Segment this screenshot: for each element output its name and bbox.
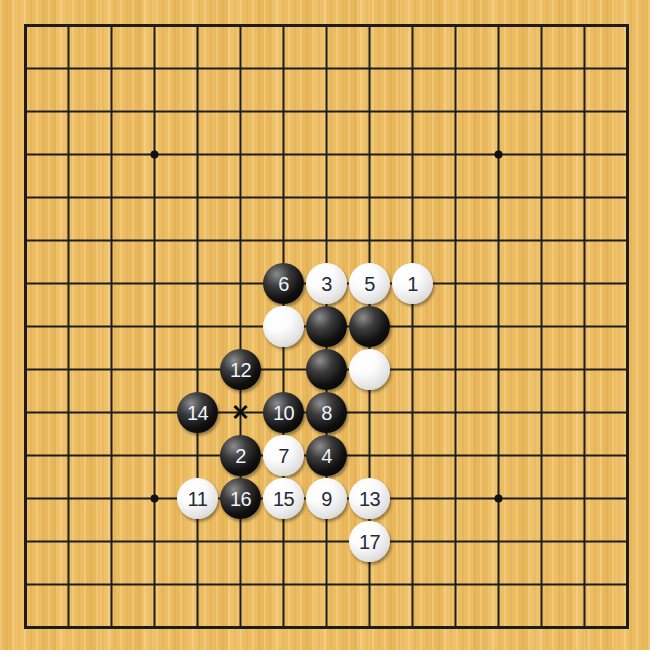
x-marker-icon: ✕ xyxy=(231,402,249,424)
stone-black-move-4[interactable]: 4 xyxy=(306,435,347,476)
stone-black-move-8[interactable]: 8 xyxy=(306,392,347,433)
move-number: 1 xyxy=(407,274,418,294)
stone-black-move-10[interactable]: 10 xyxy=(263,392,304,433)
move-number: 11 xyxy=(188,489,208,509)
move-number: 10 xyxy=(273,403,294,423)
move-number: 15 xyxy=(273,489,294,509)
move-number: 5 xyxy=(364,274,375,294)
move-number: 16 xyxy=(230,489,251,509)
stones-layer: 6351121410827411161591317✕ xyxy=(4,4,649,649)
move-number: 14 xyxy=(187,403,208,423)
stone-white-move-15[interactable]: 15 xyxy=(263,478,304,519)
stone-black-move-12[interactable]: 12 xyxy=(220,349,261,390)
stone-white-move-9[interactable]: 9 xyxy=(306,478,347,519)
stone-white-move-7[interactable]: 7 xyxy=(263,435,304,476)
move-number: 3 xyxy=(321,274,332,294)
stone-white-move-3[interactable]: 3 xyxy=(306,263,347,304)
stone-black[interactable] xyxy=(306,306,347,347)
move-number: 2 xyxy=(235,446,246,466)
stone-white[interactable] xyxy=(349,349,390,390)
stone-black-move-14[interactable]: 14 xyxy=(177,392,218,433)
stone-black[interactable] xyxy=(306,349,347,390)
go-board[interactable]: 6351121410827411161591317✕ xyxy=(0,0,650,650)
stone-white-move-17[interactable]: 17 xyxy=(349,521,390,562)
stone-black[interactable] xyxy=(349,306,390,347)
stone-white-move-1[interactable]: 1 xyxy=(392,263,433,304)
move-number: 9 xyxy=(321,489,332,509)
move-number: 4 xyxy=(321,446,332,466)
move-number: 12 xyxy=(230,360,251,380)
stone-black-move-16[interactable]: 16 xyxy=(220,478,261,519)
move-number: 6 xyxy=(278,274,289,294)
stone-white-move-5[interactable]: 5 xyxy=(349,263,390,304)
move-number: 7 xyxy=(278,446,289,466)
stone-white-move-13[interactable]: 13 xyxy=(349,478,390,519)
stone-white[interactable] xyxy=(263,306,304,347)
stone-black-move-2[interactable]: 2 xyxy=(220,435,261,476)
stone-white-move-11[interactable]: 11 xyxy=(177,478,218,519)
stone-black-move-6[interactable]: 6 xyxy=(263,263,304,304)
move-number: 8 xyxy=(321,403,332,423)
move-number: 17 xyxy=(359,532,380,552)
move-number: 13 xyxy=(359,489,380,509)
